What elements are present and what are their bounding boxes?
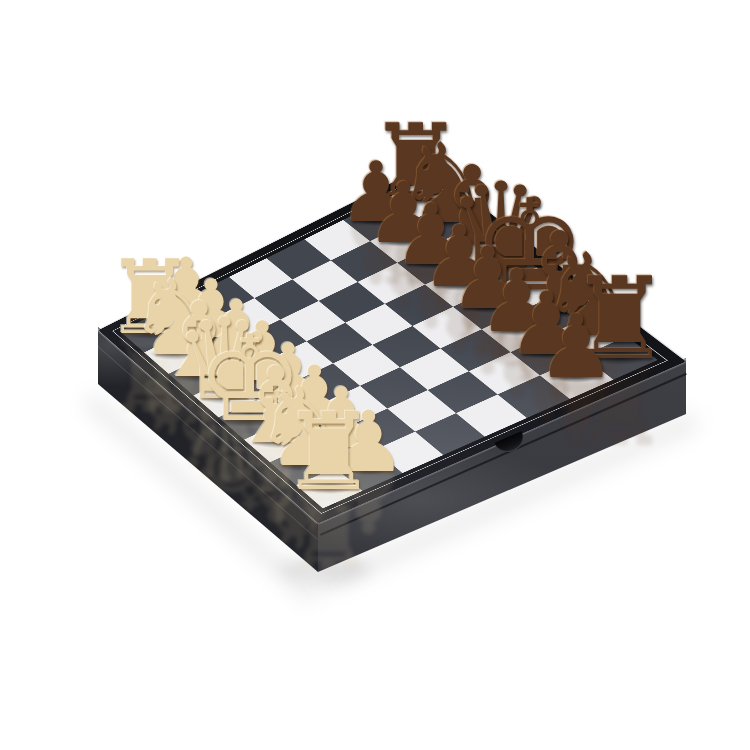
piece-white-rook-h1[interactable]: ♜ [275, 398, 382, 505]
pieces-layer: ♜♜♞♞♝♝♛♛♚♚♝♝♞♞♜♜♟♟♟♟♟♟♟♟♟♟♟♟♟♟♟♟♟♟♟♟♟♟♟♟… [0, 0, 750, 750]
product-photo-stage: ♜♜♞♞♝♝♛♛♚♚♝♝♞♞♜♜♟♟♟♟♟♟♟♟♟♟♟♟♟♟♟♟♟♟♟♟♟♟♟♟… [0, 0, 750, 750]
piece-black-pawn-h7[interactable]: ♟ [532, 304, 620, 392]
